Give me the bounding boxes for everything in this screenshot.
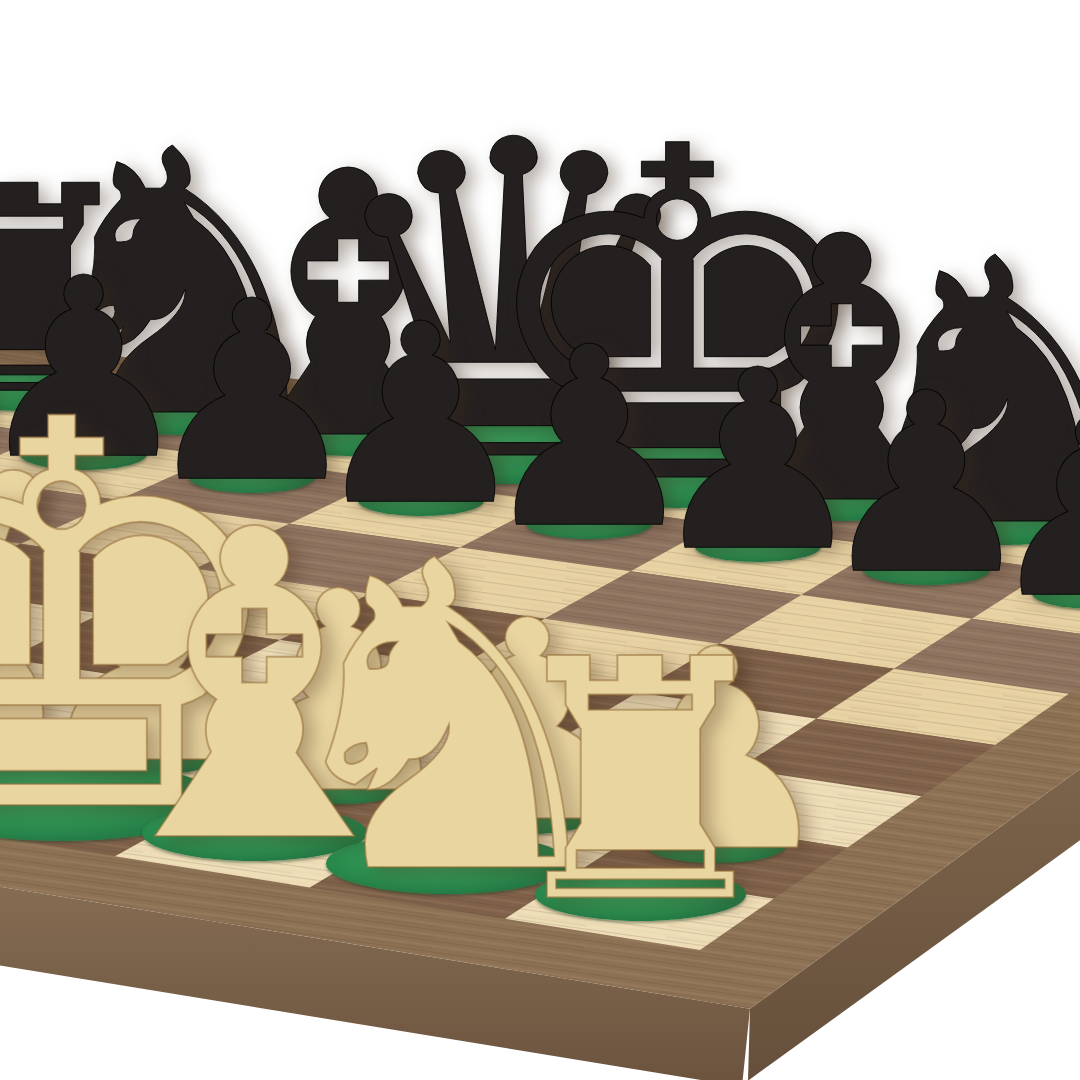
chessboard <box>0 0 1080 1080</box>
chess-set-photo: ♜♞♟♝♟♛♚♟♝♟♞♟♜♟♟♟♟♟♜♟♞♟♝♟♛♟♚♟♝♟♞♜ <box>0 0 1080 1080</box>
